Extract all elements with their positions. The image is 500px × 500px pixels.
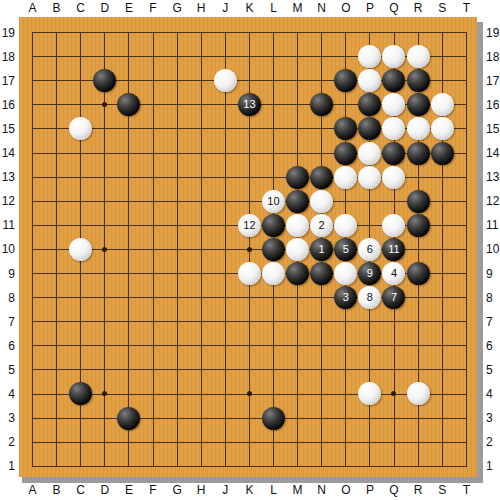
col-label-top-P: P [360, 1, 380, 15]
go-board-screenshot: 13101221561194387 AABBCCDDEEFFGGHHJJKKLL… [0, 0, 500, 500]
star-point [391, 391, 396, 396]
col-label-bottom-K: K [239, 483, 259, 497]
goban[interactable]: 13101221561194387 [19, 17, 477, 477]
col-label-bottom-B: B [47, 483, 67, 497]
black-stone-M12[interactable] [286, 190, 309, 213]
black-stone-M13[interactable] [286, 166, 309, 189]
row-label-right-13: 13 [486, 170, 500, 184]
black-stone-Q10[interactable]: 11 [382, 238, 405, 261]
col-label-bottom-T: T [456, 483, 476, 497]
black-stone-S14[interactable] [431, 142, 454, 165]
star-point [102, 391, 107, 396]
move-number: 7 [391, 286, 397, 309]
black-stone-E16[interactable] [117, 93, 140, 116]
black-stone-P9[interactable]: 9 [358, 262, 381, 285]
white-stone-Q18[interactable] [382, 45, 405, 68]
move-number: 8 [367, 286, 373, 309]
white-stone-P18[interactable] [358, 45, 381, 68]
black-stone-N13[interactable] [310, 166, 333, 189]
col-label-bottom-P: P [360, 483, 380, 497]
stone-grid: 13101221561194387 [21, 21, 479, 479]
black-stone-M9[interactable] [286, 262, 309, 285]
white-stone-J17[interactable] [214, 69, 237, 92]
row-label-right-8: 8 [486, 291, 500, 305]
white-stone-R15[interactable] [407, 117, 430, 140]
col-label-top-L: L [264, 1, 284, 15]
col-label-top-H: H [191, 1, 211, 15]
col-label-bottom-F: F [143, 483, 163, 497]
col-label-top-R: R [408, 1, 428, 15]
col-label-bottom-L: L [264, 483, 284, 497]
white-stone-N11[interactable]: 2 [310, 214, 333, 237]
move-number: 2 [319, 214, 325, 237]
white-stone-S15[interactable] [431, 117, 454, 140]
row-label-left-1: 1 [0, 459, 15, 473]
black-stone-R16[interactable] [407, 93, 430, 116]
row-label-right-2: 2 [486, 435, 500, 449]
row-label-right-3: 3 [486, 411, 500, 425]
white-stone-R4[interactable] [407, 382, 430, 405]
black-stone-N10[interactable]: 1 [310, 238, 333, 261]
move-number: 13 [243, 93, 255, 116]
white-stone-M10[interactable] [286, 238, 309, 261]
black-stone-O15[interactable] [334, 117, 357, 140]
black-stone-R9[interactable] [407, 262, 430, 285]
col-label-bottom-J: J [215, 483, 235, 497]
row-label-left-8: 8 [0, 291, 15, 305]
row-label-right-11: 11 [486, 218, 500, 232]
black-stone-L11[interactable] [262, 214, 285, 237]
move-number: 10 [267, 190, 279, 213]
black-stone-Q8[interactable]: 7 [382, 286, 405, 309]
white-stone-O11[interactable] [334, 214, 357, 237]
col-label-top-M: M [288, 1, 308, 15]
move-number: 12 [243, 214, 255, 237]
move-number: 1 [319, 238, 325, 261]
col-label-top-S: S [432, 1, 452, 15]
row-label-left-19: 19 [0, 26, 15, 40]
row-label-right-17: 17 [486, 74, 500, 88]
white-stone-M11[interactable] [286, 214, 309, 237]
col-label-bottom-R: R [408, 483, 428, 497]
white-stone-O13[interactable] [334, 166, 357, 189]
black-stone-L10[interactable] [262, 238, 285, 261]
move-number: 5 [343, 238, 349, 261]
star-point [247, 391, 252, 396]
col-label-bottom-A: A [23, 483, 43, 497]
white-stone-P10[interactable]: 6 [358, 238, 381, 261]
black-stone-D17[interactable] [93, 69, 116, 92]
col-label-top-E: E [119, 1, 139, 15]
move-number: 3 [343, 286, 349, 309]
col-label-bottom-Q: Q [384, 483, 404, 497]
move-number: 9 [367, 262, 373, 285]
black-stone-O14[interactable] [334, 142, 357, 165]
white-stone-Q13[interactable] [382, 166, 405, 189]
row-label-left-7: 7 [0, 315, 15, 329]
white-stone-L12[interactable]: 10 [262, 190, 285, 213]
black-stone-P15[interactable] [358, 117, 381, 140]
col-label-bottom-N: N [312, 483, 332, 497]
row-label-left-12: 12 [0, 194, 15, 208]
white-stone-O9[interactable] [334, 262, 357, 285]
white-stone-P14[interactable] [358, 142, 381, 165]
col-label-bottom-S: S [432, 483, 452, 497]
black-stone-Q14[interactable] [382, 142, 405, 165]
col-label-bottom-D: D [95, 483, 115, 497]
black-stone-O10[interactable]: 5 [334, 238, 357, 261]
col-label-top-A: A [23, 1, 43, 15]
move-number: 11 [388, 238, 399, 261]
row-label-left-13: 13 [0, 170, 15, 184]
col-label-top-J: J [215, 1, 235, 15]
row-label-left-11: 11 [0, 218, 15, 232]
white-stone-Q16[interactable] [382, 93, 405, 116]
row-label-left-5: 5 [0, 363, 15, 377]
col-label-top-T: T [456, 1, 476, 15]
move-number: 4 [391, 262, 397, 285]
row-label-right-1: 1 [486, 459, 500, 473]
row-label-right-15: 15 [486, 122, 500, 136]
row-label-right-6: 6 [486, 339, 500, 353]
col-label-bottom-E: E [119, 483, 139, 497]
row-label-left-4: 4 [0, 387, 15, 401]
black-stone-E3[interactable] [117, 407, 140, 430]
col-label-top-C: C [71, 1, 91, 15]
row-label-left-15: 15 [0, 122, 15, 136]
star-point [247, 247, 252, 252]
move-number: 6 [367, 238, 373, 261]
row-label-left-18: 18 [0, 50, 15, 64]
row-label-right-14: 14 [486, 146, 500, 160]
col-label-top-G: G [167, 1, 187, 15]
row-label-left-16: 16 [0, 98, 15, 112]
row-label-right-18: 18 [486, 50, 500, 64]
black-stone-N9[interactable] [310, 262, 333, 285]
col-label-bottom-C: C [71, 483, 91, 497]
row-label-right-12: 12 [486, 194, 500, 208]
black-stone-P16[interactable] [358, 93, 381, 116]
black-stone-R12[interactable] [407, 190, 430, 213]
white-stone-P17[interactable] [358, 69, 381, 92]
row-label-right-10: 10 [486, 242, 500, 256]
col-label-bottom-G: G [167, 483, 187, 497]
white-stone-Q9[interactable]: 4 [382, 262, 405, 285]
col-label-top-K: K [239, 1, 259, 15]
black-stone-R17[interactable] [407, 69, 430, 92]
col-label-bottom-M: M [288, 483, 308, 497]
col-label-top-N: N [312, 1, 332, 15]
black-stone-L3[interactable] [262, 407, 285, 430]
white-stone-K9[interactable] [238, 262, 261, 285]
white-stone-C15[interactable] [69, 117, 92, 140]
row-label-left-14: 14 [0, 146, 15, 160]
white-stone-P8[interactable]: 8 [358, 286, 381, 309]
col-label-top-D: D [95, 1, 115, 15]
col-label-top-Q: Q [384, 1, 404, 15]
row-label-right-19: 19 [486, 26, 500, 40]
white-stone-K11[interactable]: 12 [238, 214, 261, 237]
row-label-left-6: 6 [0, 339, 15, 353]
black-stone-C4[interactable] [69, 382, 92, 405]
black-stone-O17[interactable] [334, 69, 357, 92]
col-label-bottom-O: O [336, 483, 356, 497]
row-label-right-4: 4 [486, 387, 500, 401]
white-stone-N12[interactable] [310, 190, 333, 213]
black-stone-K16[interactable]: 13 [238, 93, 261, 116]
white-stone-P4[interactable] [358, 382, 381, 405]
row-label-left-9: 9 [0, 267, 15, 281]
white-stone-P13[interactable] [358, 166, 381, 189]
white-stone-C10[interactable] [69, 238, 92, 261]
row-label-right-5: 5 [486, 363, 500, 377]
black-stone-R14[interactable] [407, 142, 430, 165]
col-label-top-O: O [336, 1, 356, 15]
row-label-right-9: 9 [486, 267, 500, 281]
white-stone-R18[interactable] [407, 45, 430, 68]
row-label-left-17: 17 [0, 74, 15, 88]
white-stone-Q15[interactable] [382, 117, 405, 140]
row-label-right-7: 7 [486, 315, 500, 329]
black-stone-N16[interactable] [310, 93, 333, 116]
col-label-top-B: B [47, 1, 67, 15]
row-label-right-16: 16 [486, 98, 500, 112]
black-stone-Q17[interactable] [382, 69, 405, 92]
black-stone-R11[interactable] [407, 214, 430, 237]
row-label-left-2: 2 [0, 435, 15, 449]
star-point [102, 247, 107, 252]
col-label-top-F: F [143, 1, 163, 15]
black-stone-O8[interactable]: 3 [334, 286, 357, 309]
star-point [102, 102, 107, 107]
board-shadow-right [477, 22, 483, 483]
row-label-left-10: 10 [0, 242, 15, 256]
white-stone-L9[interactable] [262, 262, 285, 285]
white-stone-S16[interactable] [431, 93, 454, 116]
col-label-bottom-H: H [191, 483, 211, 497]
row-label-left-3: 3 [0, 411, 15, 425]
white-stone-Q11[interactable] [382, 214, 405, 237]
